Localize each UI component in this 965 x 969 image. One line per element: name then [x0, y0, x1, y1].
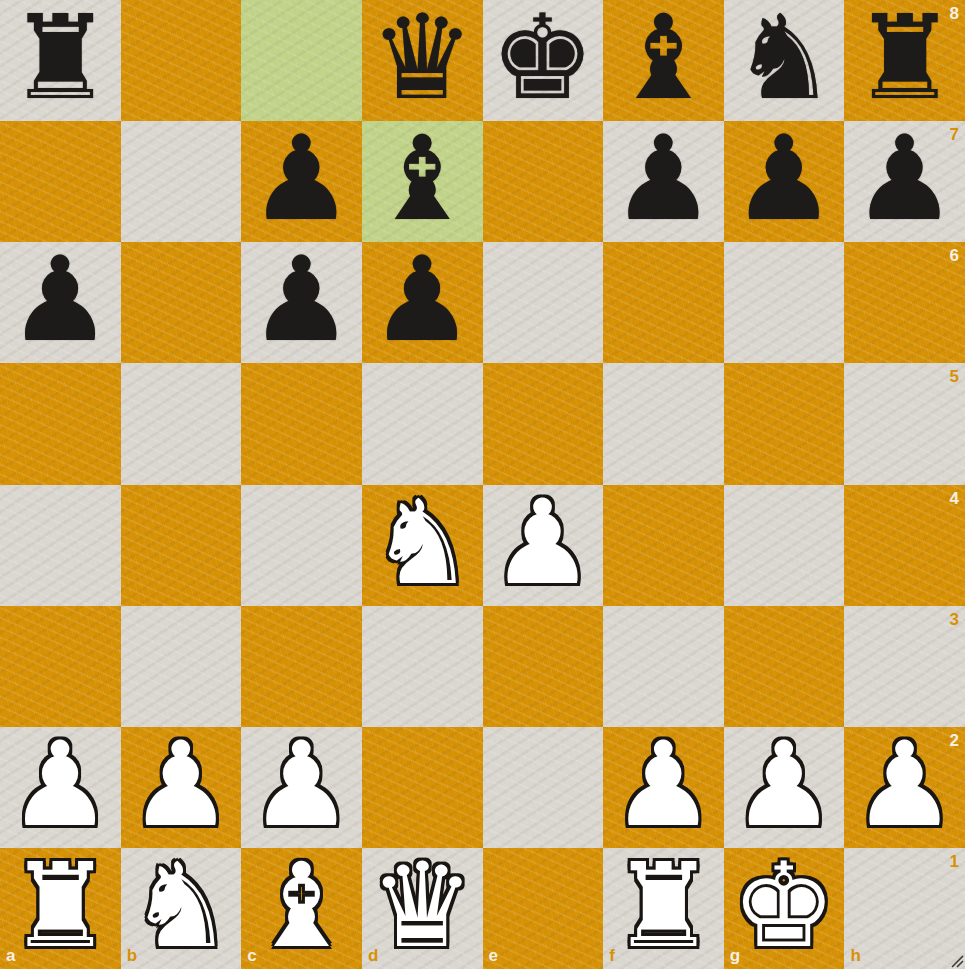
square-f7[interactable]: ♟ [603, 121, 724, 242]
square-g2[interactable]: ♟ [724, 727, 845, 848]
piece-white-bishop[interactable]: ♝ [249, 848, 354, 964]
coord-file-e: e [489, 946, 498, 966]
square-h7[interactable]: 7♟ [844, 121, 965, 242]
square-b4[interactable] [121, 485, 242, 606]
coord-rank-2: 2 [950, 731, 959, 751]
square-a8[interactable]: ♜ [0, 0, 121, 121]
square-g4[interactable] [724, 485, 845, 606]
square-c5[interactable] [241, 363, 362, 484]
square-b2[interactable]: ♟ [121, 727, 242, 848]
square-g8[interactable]: ♞ [724, 0, 845, 121]
square-h8[interactable]: 8♜ [844, 0, 965, 121]
chess-board-widget: ♜♛♚♝♞8♜♟♝♟♟7♟♟♟♟65♞♟43♟♟♟♟♟2♟a♜b♞c♝d♛ef♜… [0, 0, 965, 969]
square-f5[interactable] [603, 363, 724, 484]
piece-black-pawn[interactable]: ♟ [249, 121, 354, 237]
square-e1[interactable]: e [483, 848, 604, 969]
square-h2[interactable]: 2♟ [844, 727, 965, 848]
coord-file-b: b [127, 946, 137, 966]
piece-white-king[interactable]: ♚ [732, 848, 837, 964]
square-f1[interactable]: f♜ [603, 848, 724, 969]
square-b3[interactable] [121, 606, 242, 727]
square-h3[interactable]: 3 [844, 606, 965, 727]
square-a7[interactable] [0, 121, 121, 242]
square-b7[interactable] [121, 121, 242, 242]
square-e4[interactable]: ♟ [483, 485, 604, 606]
square-d7[interactable]: ♝ [362, 121, 483, 242]
square-e2[interactable] [483, 727, 604, 848]
piece-white-pawn[interactable]: ♟ [611, 727, 716, 843]
square-d6[interactable]: ♟ [362, 242, 483, 363]
square-a4[interactable] [0, 485, 121, 606]
piece-white-pawn[interactable]: ♟ [852, 727, 957, 843]
piece-black-knight[interactable]: ♞ [732, 0, 837, 116]
piece-black-rook[interactable]: ♜ [8, 0, 113, 116]
square-d1[interactable]: d♛ [362, 848, 483, 969]
piece-white-pawn[interactable]: ♟ [490, 485, 595, 601]
piece-black-pawn[interactable]: ♟ [8, 242, 113, 358]
coord-rank-8: 8 [950, 4, 959, 24]
piece-black-queen[interactable]: ♛ [370, 0, 475, 116]
square-e7[interactable] [483, 121, 604, 242]
piece-black-rook[interactable]: ♜ [852, 0, 957, 116]
square-c6[interactable]: ♟ [241, 242, 362, 363]
piece-white-pawn[interactable]: ♟ [128, 727, 233, 843]
piece-black-pawn[interactable]: ♟ [249, 242, 354, 358]
square-f3[interactable] [603, 606, 724, 727]
square-e6[interactable] [483, 242, 604, 363]
square-a5[interactable] [0, 363, 121, 484]
piece-white-knight[interactable]: ♞ [128, 848, 233, 964]
square-f2[interactable]: ♟ [603, 727, 724, 848]
coord-file-a: a [6, 946, 15, 966]
square-b6[interactable] [121, 242, 242, 363]
board-resize-handle-icon[interactable] [946, 950, 964, 968]
coord-file-c: c [247, 946, 256, 966]
square-c1[interactable]: c♝ [241, 848, 362, 969]
square-d5[interactable] [362, 363, 483, 484]
square-d4[interactable]: ♞ [362, 485, 483, 606]
coord-rank-5: 5 [950, 367, 959, 387]
coord-rank-1: 1 [950, 852, 959, 872]
square-b5[interactable] [121, 363, 242, 484]
square-e5[interactable] [483, 363, 604, 484]
square-a1[interactable]: a♜ [0, 848, 121, 969]
square-c2[interactable]: ♟ [241, 727, 362, 848]
square-a6[interactable]: ♟ [0, 242, 121, 363]
coord-rank-3: 3 [950, 610, 959, 630]
piece-black-bishop[interactable]: ♝ [611, 0, 716, 116]
coord-file-f: f [609, 946, 615, 966]
square-d8[interactable]: ♛ [362, 0, 483, 121]
square-a3[interactable] [0, 606, 121, 727]
square-h6[interactable]: 6 [844, 242, 965, 363]
piece-black-bishop[interactable]: ♝ [370, 121, 475, 237]
coord-file-g: g [730, 946, 740, 966]
square-g5[interactable] [724, 363, 845, 484]
piece-white-rook[interactable]: ♜ [611, 848, 716, 964]
square-a2[interactable]: ♟ [0, 727, 121, 848]
piece-white-pawn[interactable]: ♟ [732, 727, 837, 843]
square-f8[interactable]: ♝ [603, 0, 724, 121]
square-g6[interactable] [724, 242, 845, 363]
coord-rank-6: 6 [950, 246, 959, 266]
square-g3[interactable] [724, 606, 845, 727]
square-h5[interactable]: 5 [844, 363, 965, 484]
square-e8[interactable]: ♚ [483, 0, 604, 121]
square-h4[interactable]: 4 [844, 485, 965, 606]
piece-black-pawn[interactable]: ♟ [370, 242, 475, 358]
piece-black-pawn[interactable]: ♟ [852, 121, 957, 237]
square-e3[interactable] [483, 606, 604, 727]
piece-white-queen[interactable]: ♛ [370, 848, 475, 964]
square-g1[interactable]: g♚ [724, 848, 845, 969]
coord-file-h: h [850, 946, 860, 966]
coord-rank-4: 4 [950, 489, 959, 509]
piece-white-pawn[interactable]: ♟ [249, 727, 354, 843]
square-f4[interactable] [603, 485, 724, 606]
piece-black-pawn[interactable]: ♟ [732, 121, 837, 237]
piece-white-rook[interactable]: ♜ [8, 848, 113, 964]
chess-board: ♜♛♚♝♞8♜♟♝♟♟7♟♟♟♟65♞♟43♟♟♟♟♟2♟a♜b♞c♝d♛ef♜… [0, 0, 965, 969]
square-c4[interactable] [241, 485, 362, 606]
square-b1[interactable]: b♞ [121, 848, 242, 969]
square-c3[interactable] [241, 606, 362, 727]
piece-white-pawn[interactable]: ♟ [8, 727, 113, 843]
square-f6[interactable] [603, 242, 724, 363]
square-b8[interactable] [121, 0, 242, 121]
piece-black-king[interactable]: ♚ [490, 0, 595, 116]
piece-white-knight[interactable]: ♞ [370, 485, 475, 601]
coord-rank-7: 7 [950, 125, 959, 145]
square-d2[interactable] [362, 727, 483, 848]
square-d3[interactable] [362, 606, 483, 727]
square-c7[interactable]: ♟ [241, 121, 362, 242]
square-g7[interactable]: ♟ [724, 121, 845, 242]
square-c8[interactable] [241, 0, 362, 121]
coord-file-d: d [368, 946, 378, 966]
piece-black-pawn[interactable]: ♟ [611, 121, 716, 237]
